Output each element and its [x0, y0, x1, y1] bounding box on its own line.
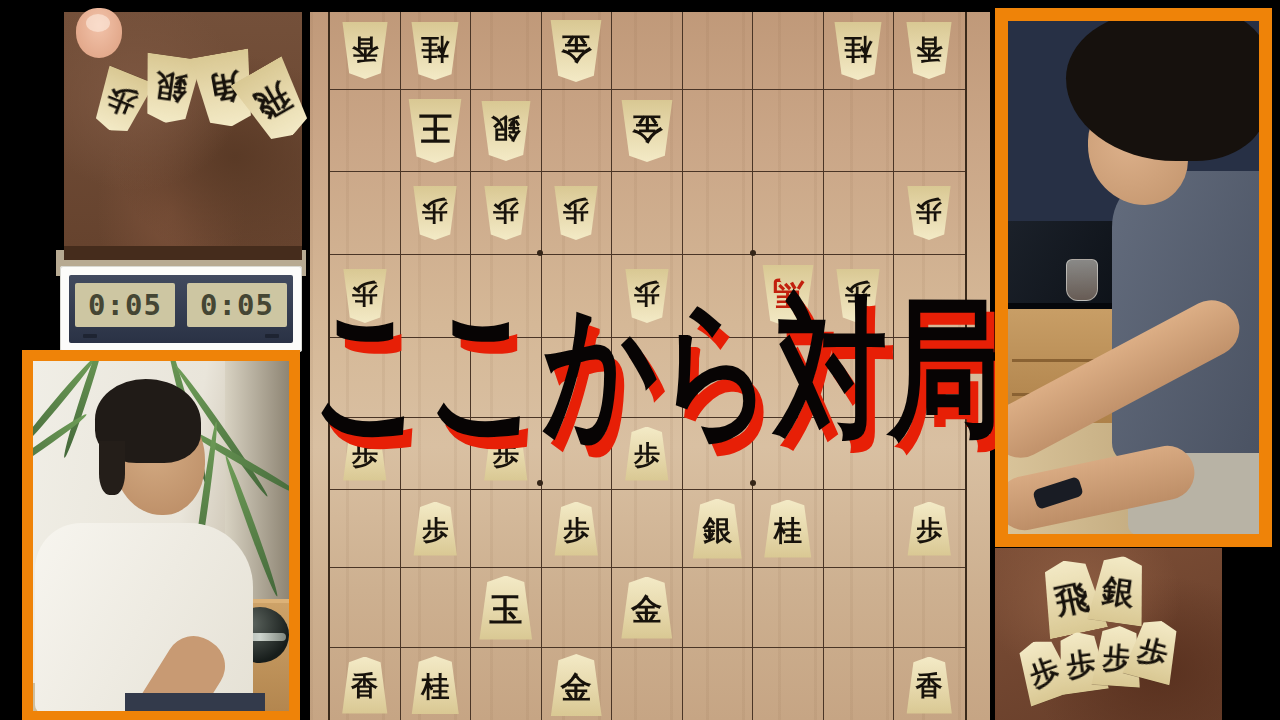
piece-kanji: 歩 [563, 514, 589, 544]
board-cell-5-2: 金 [612, 90, 683, 172]
piece-kanji: 歩 [563, 198, 589, 228]
sente-piece-銀: 銀 [691, 499, 743, 559]
board-cell-7-3: 歩 [471, 172, 542, 255]
piece-kanji: 銀 [703, 512, 732, 545]
sente-piece-玉: 玉 [478, 576, 534, 640]
piece-kanji: 金 [631, 590, 662, 625]
board-cell-1-3: 歩 [894, 172, 965, 255]
sente-piece-歩: 歩 [412, 502, 458, 556]
piece-kanji: 歩 [916, 514, 942, 544]
board-cell-9-2 [330, 90, 401, 172]
clock-display-right: 0:05 [187, 283, 287, 327]
gote-piece-金: 金 [620, 100, 674, 162]
board-cell-3-2 [753, 90, 824, 172]
clock-indicator [265, 334, 279, 338]
piece-kanji: 香 [351, 670, 378, 701]
hoshi-dot [537, 250, 543, 256]
gote-piece-stand-legs [64, 246, 302, 260]
board-cell-4-8 [683, 568, 754, 648]
board-cell-8-2: 王 [401, 90, 472, 172]
piece-kanji: 桂 [774, 513, 802, 545]
piece-kanji: 歩 [422, 198, 448, 228]
player1-shirt [35, 523, 253, 713]
piece-kanji: 飛 [250, 78, 298, 128]
piece-kanji: 香 [916, 35, 943, 66]
board-cell-2-7 [824, 490, 895, 568]
sente-piece-歩: 歩 [906, 502, 952, 556]
board-cell-6-9: 金 [542, 648, 613, 720]
board-cell-3-7: 桂 [753, 490, 824, 568]
piece-kanji: 桂 [421, 35, 449, 67]
board-cell-1-7: 歩 [894, 490, 965, 568]
sente-piece-香: 香 [905, 657, 953, 714]
board-cell-4-9 [683, 648, 754, 720]
piece-kanji: 歩 [1024, 650, 1063, 691]
piece-kanji: 金 [631, 113, 662, 148]
overlay-title: ここから対局 [311, 291, 1001, 447]
piece-kanji: 歩 [493, 198, 519, 228]
fingertip [76, 8, 122, 58]
board-cell-8-3: 歩 [401, 172, 472, 255]
board-cell-7-9 [471, 648, 542, 720]
board-cell-7-1 [471, 12, 542, 90]
piece-kanji: 玉 [489, 589, 522, 626]
board-cell-7-7 [471, 490, 542, 568]
clock-time-right: 0:05 [200, 288, 274, 322]
sente-piece-歩: 歩 [553, 502, 599, 556]
board-cell-3-9 [753, 648, 824, 720]
board-cell-6-7: 歩 [542, 490, 613, 568]
sente-piece-金: 金 [549, 654, 603, 716]
board-cell-3-8 [753, 568, 824, 648]
gote-piece-金: 金 [549, 20, 603, 82]
gote-piece-香: 香 [341, 22, 389, 79]
board-cell-6-2 [542, 90, 613, 172]
gote-piece-歩: 歩 [412, 186, 458, 240]
board-cell-3-3 [753, 172, 824, 255]
gote-piece-桂: 桂 [410, 22, 460, 80]
board-cell-4-2 [683, 90, 754, 172]
piece-kanji: 桂 [421, 669, 449, 701]
piece-kanji: 歩 [1135, 630, 1172, 670]
board-cell-8-9: 桂 [401, 648, 472, 720]
gote-piece-桂: 桂 [833, 22, 883, 80]
board-cell-2-2 [824, 90, 895, 172]
board-cell-9-8 [330, 568, 401, 648]
board-cell-5-7 [612, 490, 683, 568]
piece-kanji: 歩 [916, 198, 942, 228]
gote-piece-銀: 銀 [480, 101, 532, 161]
piece-kanji: 香 [351, 35, 378, 66]
piece-kanji: 桂 [844, 35, 872, 67]
board-cell-2-9 [824, 648, 895, 720]
board-cell-9-1: 香 [330, 12, 401, 90]
piece-kanji: 飛 [1051, 575, 1092, 620]
piece-kanji: 歩 [422, 514, 448, 544]
board-cell-1-8 [894, 568, 965, 648]
piece-kanji: 香 [916, 670, 943, 701]
board-cell-1-1: 香 [894, 12, 965, 90]
board-cell-5-8: 金 [612, 568, 683, 648]
board-cell-8-8 [401, 568, 472, 648]
plant-leaf [22, 354, 99, 458]
video-frame: 香桂金桂香王銀金歩歩歩歩歩歩馬歩歩歩歩歩歩銀桂歩玉金香桂金香 歩銀角飛 0:05… [0, 0, 1280, 720]
board-cell-6-8 [542, 568, 613, 648]
gote-piece-歩: 歩 [553, 186, 599, 240]
board-cell-9-9: 香 [330, 648, 401, 720]
clock-indicator [83, 334, 97, 338]
board-cell-5-9 [612, 648, 683, 720]
board-cell-6-1: 金 [542, 12, 613, 90]
sente-piece-桂: 桂 [763, 500, 813, 558]
board-cell-2-1: 桂 [824, 12, 895, 90]
plant-leaf [22, 412, 89, 481]
sente-piece-香: 香 [341, 657, 389, 714]
board-cell-7-2: 銀 [471, 90, 542, 172]
board-cell-6-3: 歩 [542, 172, 613, 255]
gote-piece-香: 香 [905, 22, 953, 79]
board-cell-9-3 [330, 172, 401, 255]
board-cell-1-9: 香 [894, 648, 965, 720]
sente-piece-金: 金 [620, 577, 674, 639]
piece-kanji: 王 [419, 112, 452, 149]
piece-kanji: 歩 [101, 81, 140, 123]
piece-kanji: 銀 [491, 114, 520, 147]
player1-photo [22, 350, 300, 720]
board-cell-8-1: 桂 [401, 12, 472, 90]
board-cell-2-3 [824, 172, 895, 255]
player1-pants [125, 693, 265, 713]
gote-piece-歩: 歩 [906, 186, 952, 240]
hoshi-dot [537, 480, 543, 486]
glass-cup [1066, 259, 1098, 301]
hoshi-dot [750, 480, 756, 486]
gote-piece-王: 王 [407, 99, 463, 163]
board-cell-1-2 [894, 90, 965, 172]
clock-display-left: 0:05 [75, 283, 175, 327]
board-cell-5-3 [612, 172, 683, 255]
piece-kanji: 銀 [1100, 569, 1137, 610]
shogi-clock: 0:05 0:05 [60, 266, 302, 352]
piece-kanji: 歩 [1064, 644, 1097, 681]
board-cell-4-1 [683, 12, 754, 90]
board-cell-4-7: 銀 [683, 490, 754, 568]
piece-kanji: 銀 [151, 69, 188, 110]
piece-kanji: 金 [561, 33, 592, 68]
board-cell-8-7: 歩 [401, 490, 472, 568]
board-cell-9-7 [330, 490, 401, 568]
board-cell-2-8 [824, 568, 895, 648]
hoshi-dot [750, 250, 756, 256]
clock-time-left: 0:05 [88, 288, 162, 322]
gote-piece-歩: 歩 [483, 186, 529, 240]
player2-photo [995, 8, 1272, 547]
board-cell-3-1 [753, 12, 824, 90]
player1-hair [99, 441, 125, 495]
board-cell-4-3 [683, 172, 754, 255]
board-cell-7-8: 玉 [471, 568, 542, 648]
shogi-clock-body: 0:05 0:05 [69, 275, 293, 343]
sente-piece-桂: 桂 [410, 656, 460, 714]
board-cell-5-1 [612, 12, 683, 90]
piece-kanji: 金 [561, 667, 592, 702]
